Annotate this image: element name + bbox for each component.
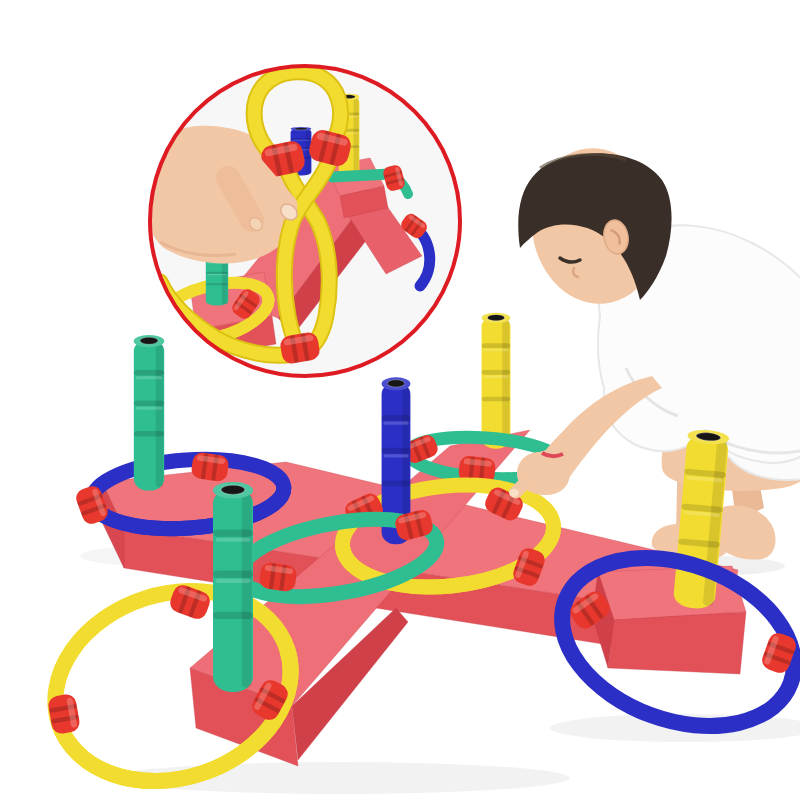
base-right-block-front <box>608 612 746 674</box>
peg-green-left <box>134 335 164 490</box>
child <box>518 140 800 560</box>
child-head <box>518 140 671 312</box>
scene-canvas <box>40 16 800 800</box>
fingernail <box>509 489 519 497</box>
peg-yellow-back <box>482 313 511 449</box>
peg-green-front <box>213 482 253 692</box>
ring-yellow-front-clip <box>47 693 81 735</box>
ring-toss-product-photo <box>40 16 800 800</box>
inset-detail-circle <box>143 66 460 376</box>
